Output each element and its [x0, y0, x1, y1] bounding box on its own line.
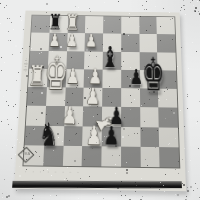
- grain-speck: [121, 195, 122, 196]
- black-pawn: ♟: [127, 62, 146, 89]
- grain-speck: [187, 108, 188, 109]
- grain-speck: [12, 54, 13, 55]
- grain-speck: [175, 194, 176, 195]
- grain-speck: [183, 0, 184, 1]
- grain-speck: [97, 193, 98, 194]
- grain-speck: [6, 145, 7, 146]
- grain-speck: [142, 196, 143, 197]
- grain-speck: [8, 105, 9, 106]
- grain-speck: [1, 57, 2, 58]
- white-king: ♚: [44, 54, 64, 90]
- pieces-layer: ♜♜♟♟♟♝♜♚♟♟♟♚♟♟♝♟♞♟♟: [22, 15, 180, 169]
- grain-speck: [11, 129, 12, 130]
- grain-speck: [129, 199, 131, 200]
- grain-speck: [190, 160, 191, 161]
- grain-speck: [196, 51, 197, 52]
- grain-speck: [193, 190, 194, 191]
- grain-speck: [184, 9, 185, 10]
- grain-speck: [10, 40, 11, 41]
- grain-speck: [75, 6, 76, 7]
- grain-speck: [177, 194, 179, 196]
- grain-speck: [193, 5, 194, 6]
- grain-speck: [135, 191, 136, 192]
- grain-speck: [6, 196, 8, 198]
- grain-speck: [15, 104, 16, 105]
- grain-speck: [188, 171, 189, 172]
- grain-speck: [20, 16, 21, 17]
- board-side-edge: [12, 181, 182, 189]
- grain-speck: [2, 193, 3, 194]
- grain-speck: [11, 158, 12, 159]
- grain-speck: [125, 195, 126, 196]
- black-king: ♚: [142, 55, 161, 91]
- grain-speck: [32, 198, 33, 199]
- grain-speck: [15, 45, 17, 47]
- grain-speck: [194, 10, 196, 12]
- chessboard: ♜♜♟♟♟♝♜♚♟♟♟♚♟♟♝♟♞♟♟ ♘♕♙ ·:·|·:·|· · · · …: [14, 11, 186, 192]
- grain-speck: [186, 199, 187, 200]
- grain-speck: [181, 47, 182, 48]
- grain-speck: [6, 5, 7, 6]
- grain-speck: [183, 5, 184, 6]
- grain-speck: [13, 106, 14, 107]
- grain-speck: [4, 179, 5, 180]
- grain-speck: [184, 126, 185, 127]
- grain-speck: [8, 124, 9, 125]
- grain-speck: [12, 147, 13, 148]
- grain-speck: [198, 148, 199, 149]
- grain-speck: [50, 195, 51, 196]
- grain-speck: [197, 121, 198, 122]
- grain-speck: [192, 0, 193, 1]
- black-bishop: ♝: [101, 41, 120, 70]
- white-pawn: ♟: [59, 99, 79, 128]
- black-rook: ♜: [46, 7, 65, 33]
- chess-photo: ♜♜♟♟♟♝♜♚♟♟♟♚♟♟♝♟♞♟♟ ♘♕♙ ·:·|·:·|· · · · …: [0, 0, 200, 200]
- grain-speck: [195, 7, 197, 9]
- grain-speck: [9, 18, 10, 19]
- grain-speck: [104, 2, 105, 3]
- grain-speck: [187, 187, 188, 188]
- grain-speck: [185, 14, 186, 15]
- grain-speck: [7, 18, 8, 19]
- white-rook: ♜: [27, 60, 47, 88]
- grain-speck: [14, 145, 15, 146]
- white-pawn: ♟: [63, 61, 83, 88]
- grain-speck: [8, 40, 9, 41]
- grain-speck: [16, 80, 17, 81]
- grain-speck: [196, 123, 197, 124]
- grain-speck: [198, 148, 199, 149]
- grain-speck: [56, 195, 57, 196]
- grain-speck: [142, 5, 143, 6]
- grain-speck: [164, 191, 165, 192]
- grain-speck: [199, 13, 200, 15]
- grain-speck: [198, 11, 199, 12]
- grain-speck: [6, 90, 7, 91]
- grain-speck: [89, 8, 90, 9]
- grain-speck: [199, 101, 200, 102]
- grain-speck: [1, 121, 2, 122]
- grain-speck: [21, 20, 22, 21]
- grain-speck: [8, 31, 9, 32]
- grain-speck: [199, 0, 200, 1]
- grain-speck: [195, 11, 196, 12]
- grain-speck: [4, 7, 5, 8]
- grain-speck: [11, 22, 12, 23]
- grain-speck: [144, 9, 145, 10]
- grain-speck: [190, 186, 192, 188]
- black-pawn: ♟: [102, 119, 122, 148]
- grain-speck: [184, 5, 185, 6]
- white-pawn: ♟: [82, 26, 101, 52]
- white-rook: ♜: [63, 7, 82, 33]
- grain-speck: [190, 2, 191, 3]
- white-pawn: ♟: [85, 62, 104, 89]
- grain-speck: [180, 10, 181, 11]
- grain-speck: [2, 197, 3, 198]
- grain-speck: [6, 101, 7, 102]
- grain-speck: [146, 1, 147, 2]
- grain-speck: [46, 3, 48, 5]
- grain-speck: [187, 190, 189, 192]
- grain-speck: [181, 7, 182, 8]
- grain-speck: [8, 195, 10, 197]
- grain-speck: [155, 6, 156, 7]
- grain-speck: [146, 9, 147, 10]
- black-pawn: ♟: [107, 99, 126, 128]
- white-pawn: ♟: [83, 80, 102, 108]
- grain-speck: [195, 183, 196, 184]
- grain-speck: [16, 190, 17, 191]
- grain-speck: [6, 32, 7, 33]
- grain-speck: [163, 8, 164, 9]
- bottom-border-text: · · · · · · · ·: [25, 168, 174, 178]
- grain-speck: [195, 11, 196, 12]
- grain-speck: [13, 29, 14, 30]
- grain-speck: [188, 68, 189, 69]
- grain-speck: [20, 52, 21, 53]
- grain-speck: [197, 1, 198, 2]
- grain-speck: [1, 70, 2, 71]
- grain-speck: [78, 7, 79, 8]
- black-knight: ♞: [38, 117, 59, 147]
- grain-speck: [18, 72, 19, 73]
- grain-speck: [33, 195, 34, 196]
- grain-speck: [0, 23, 1, 24]
- grain-speck: [197, 188, 198, 189]
- grain-speck: [187, 94, 188, 95]
- white-bishop-fallen: ♝: [93, 108, 122, 134]
- white-pawn: ♟: [62, 26, 81, 52]
- white-pawn: ♟: [84, 119, 104, 148]
- grain-speck: [7, 119, 8, 120]
- white-pawn: ♟: [45, 25, 64, 51]
- grain-speck: [0, 3, 1, 4]
- grain-speck: [140, 199, 142, 200]
- grain-speck: [187, 96, 188, 97]
- grain-speck: [185, 199, 186, 200]
- grain-speck: [78, 198, 79, 199]
- grain-speck: [199, 197, 200, 198]
- grain-speck: [199, 198, 200, 199]
- grain-speck: [4, 62, 5, 63]
- grain-speck: [118, 1, 119, 2]
- grain-speck: [186, 196, 187, 197]
- grain-speck: [192, 42, 193, 43]
- grain-speck: [103, 198, 104, 199]
- grain-speck: [3, 96, 4, 97]
- grain-speck: [120, 191, 121, 192]
